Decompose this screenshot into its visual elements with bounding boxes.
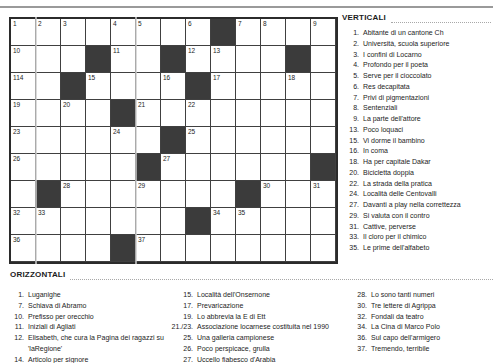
grid-cell[interactable]: [86, 100, 111, 127]
grid-cell[interactable]: [311, 46, 336, 73]
grid-cell[interactable]: [286, 127, 311, 154]
orizzontali-header: ORIZZONTALI: [10, 270, 493, 280]
grid-cell[interactable]: [86, 154, 111, 181]
clue: 1.Abitante di un cantone Ch: [342, 28, 491, 39]
grid-cell[interactable]: [61, 208, 86, 235]
grid-cell[interactable]: 21: [136, 100, 161, 127]
grid-cell[interactable]: [261, 46, 286, 73]
clue: 27.Uccello fiabesco d'Arabia: [167, 355, 345, 363]
cell-number: 6: [188, 20, 192, 27]
clue-text: Lo abbrevia la E di Ett: [197, 312, 345, 323]
clue: 35.Le prime dell'alfabeto: [342, 243, 491, 254]
clue-number: 32.: [340, 312, 367, 323]
cell-number: 3: [63, 20, 67, 27]
grid-cell[interactable]: [311, 208, 336, 235]
clue-number: 37.: [340, 344, 367, 355]
clue-text: La Cina di Marco Polo: [371, 322, 490, 333]
clue: 14.Articolo per signore: [10, 355, 172, 363]
clue-number: 36.: [340, 333, 367, 344]
grid-cell[interactable]: 12: [186, 46, 211, 73]
cell-number: 15: [88, 74, 95, 81]
grid-cell[interactable]: [236, 154, 261, 181]
clue: 30.Tre lettere di Agrippa: [340, 301, 490, 312]
grid-cell[interactable]: [86, 19, 111, 46]
clue-number: 19.: [167, 312, 193, 323]
grid-cell[interactable]: [286, 235, 311, 262]
black-cell: [111, 100, 136, 127]
black-cell: [186, 208, 211, 235]
grid-cell[interactable]: [161, 208, 186, 235]
clue: 16.In coma: [342, 146, 491, 157]
grid-cell[interactable]: 2: [36, 19, 61, 46]
clue-number: 21./23.: [167, 322, 193, 333]
verticali-section: VERTICALI 1.Abitante di un cantone Ch2.U…: [342, 13, 491, 254]
clue-number: 1.: [10, 290, 24, 301]
cell-number: 20: [63, 101, 70, 108]
clue-number: 5.: [342, 71, 359, 82]
grid-cell[interactable]: [61, 46, 86, 73]
clue: 28.Lo sono tanti numeri: [340, 290, 490, 301]
cell-number: 2: [38, 20, 42, 27]
clue-number: 22.: [342, 179, 359, 190]
clue: 7.Privi di pigmentazioni: [342, 93, 491, 104]
clue: 8.Sentenziali: [342, 103, 491, 114]
grid-cell[interactable]: 27: [161, 154, 186, 181]
grid-cell[interactable]: 34: [211, 208, 236, 235]
cell-number: 4: [113, 20, 117, 27]
grid-cell[interactable]: [261, 235, 286, 262]
grid-cell[interactable]: 31: [311, 181, 336, 208]
clue-number: 9.: [342, 114, 359, 125]
cell-number: 17: [213, 74, 220, 81]
clue-text: Serve per il cioccolato: [363, 71, 491, 82]
grid-cell[interactable]: 25: [186, 127, 211, 154]
grid-cell[interactable]: [186, 154, 211, 181]
cell-number: 29: [138, 182, 145, 189]
grid-cell[interactable]: 19: [11, 100, 36, 127]
black-cell: [236, 181, 261, 208]
verticali-header: VERTICALI: [342, 13, 491, 23]
clue: 18.Ha per capitale Dakar: [342, 157, 491, 168]
black-cell: [311, 154, 336, 181]
grid-cell[interactable]: 6: [186, 19, 211, 46]
clue-number: 17.: [167, 301, 193, 312]
cell-number: 9: [313, 20, 317, 27]
grid-cell[interactable]: [211, 154, 236, 181]
clue-number: 4.: [342, 60, 359, 71]
clue-text: Una galleria campionese: [197, 333, 345, 344]
clue-number: 15.: [342, 136, 359, 147]
cell-number: 5: [138, 20, 142, 27]
clue-number: 15.: [167, 290, 193, 301]
grid-cell[interactable]: [286, 100, 311, 127]
grid-cell[interactable]: [236, 235, 261, 262]
black-cell: [186, 73, 211, 100]
grid-cell[interactable]: 32: [11, 208, 36, 235]
black-cell: [161, 127, 186, 154]
clue: 15.Località dell'Onsernone: [167, 290, 345, 301]
scan-artifact-line: [135, 17, 137, 264]
grid-cell[interactable]: 33: [36, 208, 61, 235]
page-top-rule: [0, 6, 493, 8]
clue-number: 10.: [10, 312, 24, 323]
grid-cell[interactable]: [261, 154, 286, 181]
clue: 10.Prefisso per orecchio: [10, 312, 172, 323]
clue-number: 29.: [342, 211, 359, 222]
clue: 3.I confini di Locarno: [342, 50, 491, 61]
orizzontali-column-3: 28.Lo sono tanti numeri30.Tre lettere di…: [340, 290, 490, 355]
clue-number: 3.: [342, 50, 359, 61]
grid-cell[interactable]: [161, 100, 186, 127]
clue: 26.Poco perspicace, grulla: [167, 344, 345, 355]
clue-number: 28.: [340, 290, 367, 301]
clue-text: Si valuta con il contro: [363, 211, 491, 222]
clue-number: 31.: [342, 222, 359, 233]
clue-text: Vi dorme il bambino: [363, 136, 491, 147]
grid-cell[interactable]: [86, 235, 111, 262]
clue-text: Lo sono tanti numeri: [371, 290, 490, 301]
clue: 32.Fondali da teatro: [340, 312, 490, 323]
clue-text: Profondo per il poeta: [363, 60, 491, 71]
cell-number: 114: [13, 74, 23, 81]
grid-cell[interactable]: [161, 181, 186, 208]
clue-text: Bicicletta doppia: [363, 168, 491, 179]
clue-number: 1.: [342, 28, 359, 39]
clue: 12.Elisabeth, che cura la Pagina dei rag…: [10, 333, 172, 355]
cell-number: 37: [138, 236, 145, 243]
clue-text: Prevaricazione: [197, 301, 345, 312]
cell-number: 22: [188, 101, 195, 108]
cell-number: 27: [163, 155, 170, 162]
grid-cell[interactable]: [36, 73, 61, 100]
clue: 31.Cattive, perverse: [342, 222, 491, 233]
grid-cell[interactable]: 30: [261, 181, 286, 208]
clue: 22.La strada della pratica: [342, 179, 491, 190]
grid-cell[interactable]: [86, 127, 111, 154]
grid-cell[interactable]: [136, 73, 161, 100]
clue: 17.Prevaricazione: [167, 301, 345, 312]
grid-cell[interactable]: [261, 127, 286, 154]
clue: 11.Iniziali di Agliati: [10, 322, 172, 333]
scan-artifact-line: [35, 17, 37, 264]
grid-cell[interactable]: 5: [136, 19, 161, 46]
cell-number: 34: [213, 209, 220, 216]
grid-cell[interactable]: [311, 73, 336, 100]
cell-number: 1: [13, 20, 17, 27]
cell-number: 24: [113, 128, 120, 135]
clue-number: 6.: [342, 82, 359, 93]
grid-cell[interactable]: [211, 235, 236, 262]
orizzontali-title: ORIZZONTALI: [10, 270, 65, 280]
verticali-dotted-rule: [391, 14, 491, 23]
clue-text: Luganighe: [28, 290, 172, 301]
newspaper-crossword-page: { "game": "crossword (cruciverba italian…: [0, 0, 493, 363]
orizzontali-section: ORIZZONTALI 1.Luganighe7.Schiava di Abra…: [10, 270, 493, 280]
orizzontali-column-2: 15.Località dell'Onsernone17.Prevaricazi…: [167, 290, 345, 363]
clue-text: Il cloro per il chimico: [363, 232, 491, 243]
grid-cell[interactable]: 20: [61, 100, 86, 127]
grid-cell[interactable]: [236, 46, 261, 73]
grid-cell[interactable]: 23: [11, 127, 36, 154]
grid-cell[interactable]: 36: [11, 235, 36, 262]
clue: 5.Serve per il cioccolato: [342, 71, 491, 82]
clue: 19.Lo abbrevia la E di Ett: [167, 312, 345, 323]
grid-cell[interactable]: [311, 235, 336, 262]
clue-text: Località dell'Onsernone: [197, 290, 345, 301]
clue-text: La strada della pratica: [363, 179, 491, 190]
clue: 33.Il cloro per il chimico: [342, 232, 491, 243]
clue-text: Poco loquaci: [363, 125, 491, 136]
grid-cell[interactable]: 11: [111, 46, 136, 73]
cell-number: 7: [238, 20, 242, 27]
grid-cell[interactable]: [36, 100, 61, 127]
clue-text: Poco perspicace, grulla: [197, 344, 345, 355]
grid-cell[interactable]: [36, 127, 61, 154]
clue-number: 13.: [342, 125, 359, 136]
clue-number: 33.: [342, 232, 359, 243]
clue-number: 7.: [342, 93, 359, 104]
clue-text: Tre lettere di Agrippa: [371, 301, 490, 312]
clue-text: Articolo per signore: [28, 355, 172, 363]
grid-cell[interactable]: [211, 181, 236, 208]
clue-number: 8.: [342, 103, 359, 114]
grid-cell[interactable]: [111, 73, 136, 100]
clue-number: 12.: [10, 333, 24, 344]
grid-cell[interactable]: 114: [11, 73, 36, 100]
grid-cell[interactable]: [86, 181, 111, 208]
grid-cell[interactable]: [36, 235, 61, 262]
crossword-grid: 1234567891011121311415161718192021222324…: [9, 17, 338, 264]
cell-number: 28: [63, 182, 70, 189]
clue-text: Località delle Centovalli: [363, 189, 491, 200]
cell-number: 13: [213, 47, 220, 54]
clue-number: 27.: [342, 200, 359, 211]
grid-cell[interactable]: [261, 100, 286, 127]
grid-cell[interactable]: [211, 127, 236, 154]
clue-text: Ha per capitale Dakar: [363, 157, 491, 168]
clue-text: In coma: [363, 146, 491, 157]
grid-cell[interactable]: 16: [161, 73, 186, 100]
cell-number: 16: [163, 74, 170, 81]
cell-number: 30: [263, 182, 270, 189]
verticali-title: VERTICALI: [342, 13, 386, 23]
clue-text: Le prime dell'alfabeto: [363, 243, 491, 254]
grid-cell[interactable]: [186, 235, 211, 262]
cell-number: 12: [188, 47, 195, 54]
clue-text: Prefisso per orecchio: [28, 312, 172, 323]
clue-number: 30.: [340, 301, 367, 312]
black-cell: [61, 73, 86, 100]
grid-cell[interactable]: 8: [261, 19, 286, 46]
cell-number: 11: [113, 47, 120, 54]
clue-text: Davanti a play nella correttezza: [363, 200, 491, 211]
cell-number: 10: [13, 47, 20, 54]
grid-cell[interactable]: 7: [236, 19, 261, 46]
grid-cell[interactable]: 3: [61, 19, 86, 46]
clue-text: Tremendo, terribile: [371, 344, 490, 355]
cell-number: 35: [238, 209, 245, 216]
clue-number: 24.: [342, 189, 359, 200]
grid-cell[interactable]: [286, 19, 311, 46]
grid-cell[interactable]: [261, 208, 286, 235]
clue: 15.Vi dorme il bambino: [342, 136, 491, 147]
cell-number: 36: [13, 236, 20, 243]
grid-cell[interactable]: [111, 154, 136, 181]
verticali-clue-list: 1.Abitante di un cantone Ch2.Università,…: [342, 28, 491, 254]
clue: 34.La Cina di Marco Polo: [340, 322, 490, 333]
clue: 13.Poco loquaci: [342, 125, 491, 136]
cell-number: 18: [288, 74, 295, 81]
cell-number: 32: [13, 209, 20, 216]
clue-text: I confini di Locarno: [363, 50, 491, 61]
grid-cell[interactable]: [36, 46, 61, 73]
black-cell: [211, 19, 236, 46]
grid-cell[interactable]: [136, 127, 161, 154]
grid-cell[interactable]: [236, 127, 261, 154]
grid-cell[interactable]: 15: [86, 73, 111, 100]
clue-number: 34.: [340, 322, 367, 333]
grid-cell[interactable]: 4: [111, 19, 136, 46]
clue: 9.La parte dell'attore: [342, 114, 491, 125]
black-cell: [161, 46, 186, 73]
black-cell: [286, 46, 311, 73]
clue: 7.Schiava di Abramo: [10, 301, 172, 312]
clue-number: 14.: [10, 355, 24, 363]
clue: 29.Si valuta con il contro: [342, 211, 491, 222]
clue-text: Privi di pigmentazioni: [363, 93, 491, 104]
grid-cell[interactable]: 24: [111, 127, 136, 154]
clue-number: 26.: [167, 344, 193, 355]
grid-cell[interactable]: [61, 154, 86, 181]
black-cell: [36, 181, 61, 208]
clue-text: Uccello fiabesco d'Arabia: [197, 355, 345, 363]
black-cell: [111, 235, 136, 262]
clue-text: La parte dell'attore: [363, 114, 491, 125]
grid-cell[interactable]: [311, 127, 336, 154]
clue-number: 2.: [342, 39, 359, 50]
grid-cell[interactable]: 29: [136, 181, 161, 208]
clue-text: Abitante di un cantone Ch: [363, 28, 491, 39]
clue-text: Cattive, perverse: [363, 222, 491, 233]
grid-cell[interactable]: [36, 154, 61, 181]
grid-cell[interactable]: [236, 73, 261, 100]
clue: 6.Res decapitata: [342, 82, 491, 93]
grid-cell[interactable]: [286, 208, 311, 235]
clue: 2.Università, scuola superiore: [342, 39, 491, 50]
clue: 24.Località delle Centovalli: [342, 189, 491, 200]
grid-cell[interactable]: 1: [11, 19, 36, 46]
clue: 4.Profondo per il poeta: [342, 60, 491, 71]
clue-number: 18.: [342, 157, 359, 168]
black-cell: [86, 46, 111, 73]
grid-cell[interactable]: [311, 100, 336, 127]
clue-text: Sul capo dell'armigero: [371, 333, 490, 344]
grid-cell[interactable]: 10: [11, 46, 36, 73]
grid-cell[interactable]: [286, 181, 311, 208]
grid-cell[interactable]: 9: [311, 19, 336, 46]
clue: 27.Davanti a play nella correttezza: [342, 200, 491, 211]
cell-number: 19: [13, 101, 20, 108]
grid-cell[interactable]: [61, 235, 86, 262]
grid-cell[interactable]: [111, 181, 136, 208]
grid-cell[interactable]: [161, 235, 186, 262]
grid-cell[interactable]: [111, 208, 136, 235]
grid-cell[interactable]: 13: [211, 46, 236, 73]
grid-cell[interactable]: [286, 154, 311, 181]
grid-cell[interactable]: 22: [186, 100, 211, 127]
clue-text: Iniziali di Agliati: [28, 322, 172, 333]
grid-cell[interactable]: [136, 208, 161, 235]
black-cell: [136, 154, 161, 181]
clue-number: 20.: [342, 168, 359, 179]
cell-number: 33: [38, 209, 45, 216]
grid-cell[interactable]: [136, 46, 161, 73]
cell-number: 8: [263, 20, 267, 27]
grid-cell[interactable]: 37: [136, 235, 161, 262]
orizzontali-dotted-rule: [70, 271, 493, 280]
clue: 20.Bicicletta doppia: [342, 168, 491, 179]
clue-number: 16.: [342, 146, 359, 157]
grid-cell[interactable]: [211, 100, 236, 127]
grid-cell[interactable]: [86, 208, 111, 235]
cell-number: 31: [313, 182, 320, 189]
grid-cell[interactable]: [11, 181, 36, 208]
clue: 36.Sul capo dell'armigero: [340, 333, 490, 344]
clue-text: Elisabeth, che cura la Pagina dei ragazz…: [28, 333, 172, 355]
clue-number: 11.: [10, 322, 24, 333]
clue: 25.Una galleria campionese: [167, 333, 345, 344]
clue-number: 27.: [167, 355, 193, 363]
clue-number: 7.: [10, 301, 24, 312]
grid-cell[interactable]: 26: [11, 154, 36, 181]
cell-number: 23: [13, 128, 20, 135]
clue-text: Schiava di Abramo: [28, 301, 172, 312]
clue-text: Res decapitata: [363, 82, 491, 93]
clue-text: Associazione locarnese costituita nel 19…: [197, 322, 345, 333]
clue-number: 25.: [167, 333, 193, 344]
grid-cell[interactable]: 28: [61, 181, 86, 208]
clue: 37.Tremendo, terribile: [340, 344, 490, 355]
grid-cell[interactable]: [261, 73, 286, 100]
clue-text: Università, scuola superiore: [363, 39, 491, 50]
grid-cell[interactable]: [236, 100, 261, 127]
cell-number: 25: [188, 128, 195, 135]
clue-number: 35.: [342, 243, 359, 254]
grid-cell[interactable]: [186, 181, 211, 208]
grid-cell[interactable]: 35: [236, 208, 261, 235]
cell-number: 21: [138, 101, 145, 108]
clue: 21./23.Associazione locarnese costituita…: [167, 322, 345, 333]
clue-text: Sentenziali: [363, 103, 491, 114]
cell-number: 26: [13, 155, 20, 162]
clue-text: Fondali da teatro: [371, 312, 490, 323]
clue: 1.Luganighe: [10, 290, 172, 301]
grid-cell[interactable]: [61, 127, 86, 154]
grid-cell[interactable]: 17: [211, 73, 236, 100]
grid-cell[interactable]: 18: [286, 73, 311, 100]
grid-cell[interactable]: [161, 19, 186, 46]
orizzontali-column-1: 1.Luganighe7.Schiava di Abramo10.Prefiss…: [10, 290, 172, 363]
